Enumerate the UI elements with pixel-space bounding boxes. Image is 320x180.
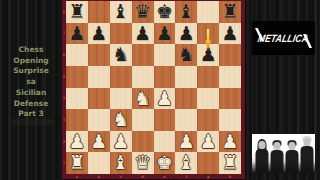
square-a1[interactable]: ♜ (66, 152, 88, 174)
square-g4[interactable] (197, 88, 219, 110)
square-g3[interactable] (197, 109, 219, 131)
white-knight-c3[interactable]: ♞ (112, 109, 129, 131)
square-h3[interactable] (219, 109, 241, 131)
square-d2[interactable] (132, 131, 154, 153)
white-queen-d1[interactable]: ♛ (134, 152, 151, 174)
square-a4[interactable] (66, 88, 88, 110)
square-a2[interactable]: ♟ (66, 131, 88, 153)
rank-label-7: 7 (62, 23, 66, 45)
square-b8[interactable] (88, 1, 110, 23)
white-knight-d4[interactable]: ♞ (134, 88, 151, 110)
square-g5[interactable] (197, 66, 219, 88)
black-knight-c6[interactable]: ♞ (112, 44, 129, 66)
file-label-a: a (66, 174, 88, 179)
square-e4[interactable]: ♟ (154, 88, 176, 110)
white-pawn-e4[interactable]: ♟ (156, 88, 173, 110)
square-f1[interactable]: ♝ (175, 152, 197, 174)
rank-label-4: 4 (62, 88, 66, 110)
black-pawn-b7[interactable]: ♟ (90, 23, 107, 45)
face (289, 142, 296, 150)
title-line: sa (0, 77, 62, 88)
square-h1[interactable]: ♜ (219, 152, 241, 174)
square-d5[interactable] (132, 66, 154, 88)
square-g2[interactable]: ♟ (197, 131, 219, 153)
square-c7[interactable] (110, 23, 132, 45)
square-b4[interactable] (88, 88, 110, 110)
square-c2[interactable]: ♟ (110, 131, 132, 153)
face (303, 138, 310, 146)
black-bishop-c8[interactable]: ♝ (112, 1, 129, 23)
square-a6[interactable] (66, 44, 88, 66)
square-e6[interactable] (154, 44, 176, 66)
white-rook-h1[interactable]: ♜ (222, 152, 239, 174)
file-label-c: c (110, 174, 132, 179)
square-f6[interactable]: ♞ (175, 44, 197, 66)
square-b5[interactable] (88, 66, 110, 88)
title-line: Surprise (0, 66, 62, 77)
square-h5[interactable] (219, 66, 241, 88)
photo-shade (252, 162, 315, 172)
square-b1[interactable] (88, 152, 110, 174)
white-bishop-f1[interactable]: ♝ (178, 152, 195, 174)
black-pawn-e7[interactable]: ♟ (156, 23, 173, 45)
square-a5[interactable] (66, 66, 88, 88)
square-a3[interactable] (66, 109, 88, 131)
square-d3[interactable] (132, 109, 154, 131)
square-f7[interactable]: ♟ (175, 23, 197, 45)
square-f8[interactable]: ♝ (175, 1, 197, 23)
white-bishop-c1[interactable]: ♝ (112, 152, 129, 174)
square-f2[interactable]: ♟ (175, 131, 197, 153)
white-king-e1[interactable]: ♚ (156, 152, 173, 174)
black-queen-d8[interactable]: ♛ (134, 1, 151, 23)
square-h8[interactable]: ♜ (219, 1, 241, 23)
rank-coordinates: 87654321 (62, 1, 66, 174)
face (259, 141, 266, 149)
black-pawn-h7[interactable]: ♟ (222, 23, 239, 45)
black-pawn-d7[interactable]: ♟ (134, 23, 151, 45)
black-rook-a8[interactable]: ♜ (68, 1, 85, 23)
chess-board: ♜♝♛♚♝♜♟♟♟♟♟♟♞♞♟♞♟♞♟♟♟♟♟♟♜♝♛♚♝♜ (66, 1, 241, 174)
logo-text: METALLICA (257, 32, 310, 45)
square-d8[interactable]: ♛ (132, 1, 154, 23)
square-d7[interactable]: ♟ (132, 23, 154, 45)
square-d1[interactable]: ♛ (132, 152, 154, 174)
square-e7[interactable]: ♟ (154, 23, 176, 45)
square-e3[interactable] (154, 109, 176, 131)
square-e8[interactable]: ♚ (154, 1, 176, 23)
file-label-h: h (219, 174, 241, 179)
white-pawn-b2[interactable]: ♟ (90, 131, 107, 153)
white-pawn-f2[interactable]: ♟ (178, 131, 195, 153)
square-f5[interactable] (175, 66, 197, 88)
title-line: Defense (0, 99, 62, 110)
white-pawn-c2[interactable]: ♟ (112, 131, 129, 153)
square-c6[interactable]: ♞ (110, 44, 132, 66)
faint-watermark (12, 119, 54, 125)
rank-label-8: 8 (62, 1, 66, 23)
file-coordinates: abcdefgh (66, 174, 241, 179)
title-line: Sicilian (0, 88, 62, 99)
face (274, 142, 281, 150)
square-h6[interactable] (219, 44, 241, 66)
square-a7[interactable]: ♟ (66, 23, 88, 45)
square-h7[interactable]: ♟ (219, 23, 241, 45)
video-frame: Chess OpeningSurprisesaSicilianDefensePa… (0, 0, 320, 180)
file-label-d: d (132, 174, 154, 179)
rank-label-3: 3 (62, 109, 66, 131)
white-pawn-a2[interactable]: ♟ (68, 131, 85, 153)
square-b7[interactable]: ♟ (88, 23, 110, 45)
black-bishop-f8[interactable]: ♝ (178, 1, 195, 23)
square-c1[interactable]: ♝ (110, 152, 132, 174)
square-b3[interactable] (88, 109, 110, 131)
title-line: Chess Opening (0, 45, 62, 66)
black-knight-f6[interactable]: ♞ (178, 44, 195, 66)
white-rook-a1[interactable]: ♜ (68, 152, 85, 174)
square-g8[interactable] (197, 1, 219, 23)
black-pawn-a7[interactable]: ♟ (68, 23, 85, 45)
file-label-g: g (197, 174, 219, 179)
square-f3[interactable] (175, 109, 197, 131)
square-e2[interactable] (154, 131, 176, 153)
square-f4[interactable] (175, 88, 197, 110)
square-d4[interactable]: ♞ (132, 88, 154, 110)
rank-label-5: 5 (62, 66, 66, 88)
black-king-e8[interactable]: ♚ (156, 1, 173, 23)
square-h2[interactable]: ♟ (219, 131, 241, 153)
square-c3[interactable]: ♞ (110, 109, 132, 131)
rank-label-1: 1 (62, 152, 66, 174)
band-photo (251, 133, 316, 173)
square-c4[interactable] (110, 88, 132, 110)
square-d6[interactable] (132, 44, 154, 66)
file-label-f: f (175, 174, 197, 179)
file-label-b: b (88, 174, 110, 179)
file-label-e: e (154, 174, 176, 179)
square-e5[interactable] (154, 66, 176, 88)
white-pawn-h2[interactable]: ♟ (222, 131, 239, 153)
title-panel: Chess OpeningSurprisesaSicilianDefensePa… (0, 45, 62, 120)
rank-label-2: 2 (62, 131, 66, 153)
square-h4[interactable] (219, 88, 241, 110)
square-e1[interactable]: ♚ (154, 152, 176, 174)
board-frame: ♜♝♛♚♝♜♟♟♟♟♟♟♞♞♟♞♟♞♟♟♟♟♟♟♜♝♛♚♝♜ 87654321 … (62, 0, 245, 179)
square-g1[interactable] (197, 152, 219, 174)
square-a8[interactable]: ♜ (66, 1, 88, 23)
black-rook-h8[interactable]: ♜ (222, 1, 239, 23)
black-pawn-f7[interactable]: ♟ (178, 23, 195, 45)
square-c5[interactable] (110, 66, 132, 88)
metallica-logo: METALLICA (252, 21, 315, 55)
rank-label-6: 6 (62, 44, 66, 66)
square-c8[interactable]: ♝ (110, 1, 132, 23)
square-b6[interactable] (88, 44, 110, 66)
white-pawn-g2[interactable]: ♟ (200, 131, 217, 153)
square-b2[interactable]: ♟ (88, 131, 110, 153)
